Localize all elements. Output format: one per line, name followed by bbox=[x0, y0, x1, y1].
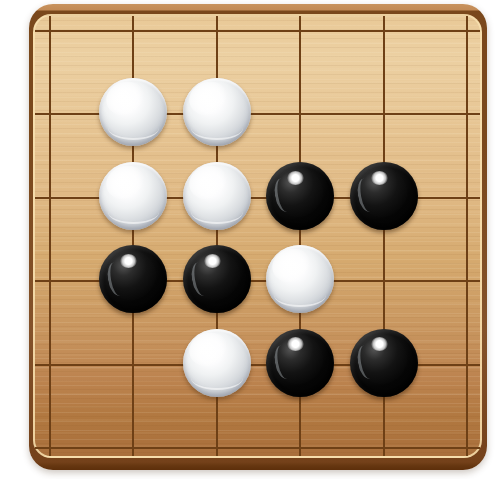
white-stone[interactable]: ○ bbox=[99, 78, 167, 146]
white-stone[interactable]: ○ bbox=[183, 78, 251, 146]
go-board[interactable]: ○○○○●●●●○○●● bbox=[29, 4, 487, 470]
white-stone[interactable]: ○ bbox=[266, 245, 334, 313]
black-stone[interactable]: ● bbox=[266, 162, 334, 230]
black-stone[interactable]: ● bbox=[183, 245, 251, 313]
black-stone[interactable]: ● bbox=[266, 329, 334, 397]
black-stone[interactable]: ● bbox=[350, 329, 418, 397]
board-surface[interactable]: ○○○○●●●●○○●● bbox=[33, 14, 482, 458]
black-stone[interactable]: ● bbox=[99, 245, 167, 313]
page-background: ○○○○●●●●○○●● bbox=[0, 0, 499, 479]
white-stone[interactable]: ○ bbox=[99, 162, 167, 230]
white-stone[interactable]: ○ bbox=[183, 329, 251, 397]
black-stone[interactable]: ● bbox=[350, 162, 418, 230]
white-stone[interactable]: ○ bbox=[183, 162, 251, 230]
stones-layer: ○○○○●●●●○○●● bbox=[35, 16, 480, 456]
